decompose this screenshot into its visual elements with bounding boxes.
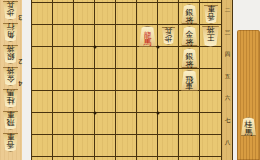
piece-kanji: 銀 bbox=[7, 52, 15, 59]
gote-hand-tray: 歩兵3角行銀将2金将4桂馬飛車香車 bbox=[0, 0, 22, 160]
piece-kanji: 飛 bbox=[7, 118, 15, 125]
piece-kanji: 車 bbox=[207, 5, 215, 12]
piece-kanji: 金 bbox=[7, 74, 15, 81]
square-1-9[interactable] bbox=[200, 157, 221, 160]
shogi-app: 歩兵3角行銀将2金将4桂馬飛車香車 香車銀将王将金将歩兵龍馬銀将飛車 一二三四五… bbox=[0, 0, 260, 160]
square-3-7[interactable] bbox=[158, 113, 179, 135]
hoshi-star-point bbox=[157, 112, 160, 115]
rank-coordinates: 一二三四五六七八九 bbox=[222, 0, 233, 160]
square-1-7[interactable] bbox=[200, 113, 221, 135]
square-6-2[interactable] bbox=[95, 3, 116, 25]
piece-kanji: 角 bbox=[7, 30, 15, 37]
piece-kanji: 行 bbox=[7, 23, 15, 30]
square-5-7[interactable] bbox=[116, 113, 137, 135]
square-5-2[interactable] bbox=[116, 3, 137, 25]
gote-hand-bishop[interactable]: 角行 bbox=[0, 22, 22, 44]
square-4-9[interactable] bbox=[137, 157, 158, 160]
square-9-8[interactable] bbox=[32, 135, 53, 157]
square-8-5[interactable] bbox=[53, 69, 74, 91]
rank-label-6: 六 bbox=[224, 96, 231, 102]
square-6-9[interactable] bbox=[95, 157, 116, 160]
square-4-2[interactable] bbox=[137, 3, 158, 25]
square-9-4[interactable] bbox=[32, 47, 53, 69]
square-4-6[interactable] bbox=[137, 91, 158, 113]
square-3-6[interactable] bbox=[158, 91, 179, 113]
piece-kanji: 歩 bbox=[7, 8, 15, 15]
hoshi-star-point bbox=[94, 112, 97, 115]
square-1-8[interactable] bbox=[200, 135, 221, 157]
square-3-2[interactable] bbox=[158, 3, 179, 25]
rank-label-3: 三 bbox=[224, 30, 231, 36]
hand-piece-gote-knight[interactable]: 桂馬 bbox=[2, 89, 19, 108]
square-3-9[interactable] bbox=[158, 157, 179, 160]
piece-kanji: 車 bbox=[186, 83, 194, 90]
piece-kanji: 馬 bbox=[7, 89, 15, 96]
square-4-7[interactable] bbox=[137, 113, 158, 135]
hoshi-star-point bbox=[94, 46, 97, 49]
sente-hand-tray: 桂馬 bbox=[237, 30, 260, 160]
gote-hand-silver[interactable]: 銀将2 bbox=[0, 44, 22, 66]
piece-kanji: 将 bbox=[186, 17, 194, 24]
gote-hand-pawn[interactable]: 歩兵3 bbox=[0, 0, 22, 22]
hand-piece-gote-silver[interactable]: 銀将 bbox=[2, 45, 19, 64]
gote-hand-gold[interactable]: 金将4 bbox=[0, 66, 22, 88]
hoshi-star-point bbox=[157, 46, 160, 49]
piece-kanji: 車 bbox=[7, 133, 15, 140]
rank-label-5: 五 bbox=[224, 74, 231, 80]
square-5-6[interactable] bbox=[116, 91, 137, 113]
square-8-4[interactable] bbox=[53, 47, 74, 69]
hand-piece-gote-gold[interactable]: 金将 bbox=[2, 67, 19, 86]
gote-hand-knight[interactable]: 桂馬 bbox=[0, 88, 22, 110]
piece-kanji: 馬 bbox=[245, 129, 253, 136]
square-6-6[interactable] bbox=[95, 91, 116, 113]
square-2-8[interactable] bbox=[179, 135, 200, 157]
piece-kanji: 馬 bbox=[144, 39, 152, 46]
square-9-7[interactable] bbox=[32, 113, 53, 135]
square-7-6[interactable] bbox=[74, 91, 95, 113]
square-4-4[interactable] bbox=[137, 47, 158, 69]
shogi-board: 香車銀将王将金将歩兵龍馬銀将飛車 bbox=[31, 0, 222, 160]
rank-label-8: 八 bbox=[224, 140, 231, 146]
square-2-7[interactable] bbox=[179, 113, 200, 135]
hand-piece-gote-lance[interactable]: 香車 bbox=[2, 133, 19, 152]
square-3-4[interactable] bbox=[158, 47, 179, 69]
hand-piece-gote-rook[interactable]: 飛車 bbox=[2, 111, 19, 130]
square-1-5[interactable] bbox=[200, 69, 221, 91]
square-5-5[interactable] bbox=[116, 69, 137, 91]
piece-kanji: 将 bbox=[7, 45, 15, 52]
square-2-9[interactable] bbox=[179, 157, 200, 160]
square-7-2[interactable] bbox=[74, 3, 95, 25]
piece-kanji: 将 bbox=[7, 67, 15, 74]
rank-label-2: 二 bbox=[224, 8, 231, 14]
square-3-8[interactable] bbox=[158, 135, 179, 157]
square-7-8[interactable] bbox=[74, 135, 95, 157]
piece-kanji: 将 bbox=[186, 61, 194, 68]
piece-kanji: 香 bbox=[7, 140, 15, 147]
square-4-5[interactable] bbox=[137, 69, 158, 91]
piece-kanji: 将 bbox=[207, 26, 215, 33]
square-6-7[interactable] bbox=[95, 113, 116, 135]
gote-hand-lance[interactable]: 香車 bbox=[0, 132, 22, 154]
square-7-3[interactable] bbox=[74, 25, 95, 47]
square-4-8[interactable] bbox=[137, 135, 158, 157]
square-8-8[interactable] bbox=[53, 135, 74, 157]
square-2-6[interactable] bbox=[179, 91, 200, 113]
rank-label-4: 四 bbox=[224, 52, 231, 58]
hand-piece-gote-bishop[interactable]: 角行 bbox=[2, 23, 19, 42]
square-5-4[interactable] bbox=[116, 47, 137, 69]
piece-kanji: 車 bbox=[7, 111, 15, 118]
piece-kanji: 桂 bbox=[7, 96, 15, 103]
piece-kanji: 将 bbox=[186, 39, 194, 46]
square-9-9[interactable] bbox=[32, 157, 53, 160]
square-6-4[interactable] bbox=[95, 47, 116, 69]
square-8-6[interactable] bbox=[53, 91, 74, 113]
square-8-2[interactable] bbox=[53, 3, 74, 25]
square-5-9[interactable] bbox=[116, 157, 137, 160]
square-8-7[interactable] bbox=[53, 113, 74, 135]
gote-hand-rook[interactable]: 飛車 bbox=[0, 110, 22, 132]
square-3-5[interactable] bbox=[158, 69, 179, 91]
square-7-9[interactable] bbox=[74, 157, 95, 160]
hand-count: 2 bbox=[18, 57, 22, 64]
square-9-5[interactable] bbox=[32, 69, 53, 91]
square-9-2[interactable] bbox=[32, 3, 53, 25]
square-5-8[interactable] bbox=[116, 135, 137, 157]
square-8-9[interactable] bbox=[53, 157, 74, 160]
square-5-3[interactable] bbox=[116, 25, 137, 47]
hand-piece-gote-pawn[interactable]: 歩兵 bbox=[2, 1, 19, 20]
square-6-8[interactable] bbox=[95, 135, 116, 157]
square-7-4[interactable] bbox=[74, 47, 95, 69]
square-6-5[interactable] bbox=[95, 69, 116, 91]
piece-kanji: 兵 bbox=[7, 1, 15, 8]
square-9-3[interactable] bbox=[32, 25, 53, 47]
hand-piece-sente-knight[interactable]: 桂馬 bbox=[240, 117, 257, 136]
rank-label-7: 七 bbox=[224, 118, 231, 124]
square-6-3[interactable] bbox=[95, 25, 116, 47]
hand-count: 3 bbox=[18, 13, 22, 20]
hand-count: 4 bbox=[18, 79, 22, 86]
square-1-6[interactable] bbox=[200, 91, 221, 113]
square-7-7[interactable] bbox=[74, 113, 95, 135]
piece-kanji: 歩 bbox=[165, 34, 173, 41]
square-1-4[interactable] bbox=[200, 47, 221, 69]
piece-kanji: 兵 bbox=[165, 27, 173, 34]
square-7-5[interactable] bbox=[74, 69, 95, 91]
square-9-6[interactable] bbox=[32, 91, 53, 113]
square-8-3[interactable] bbox=[53, 25, 74, 47]
